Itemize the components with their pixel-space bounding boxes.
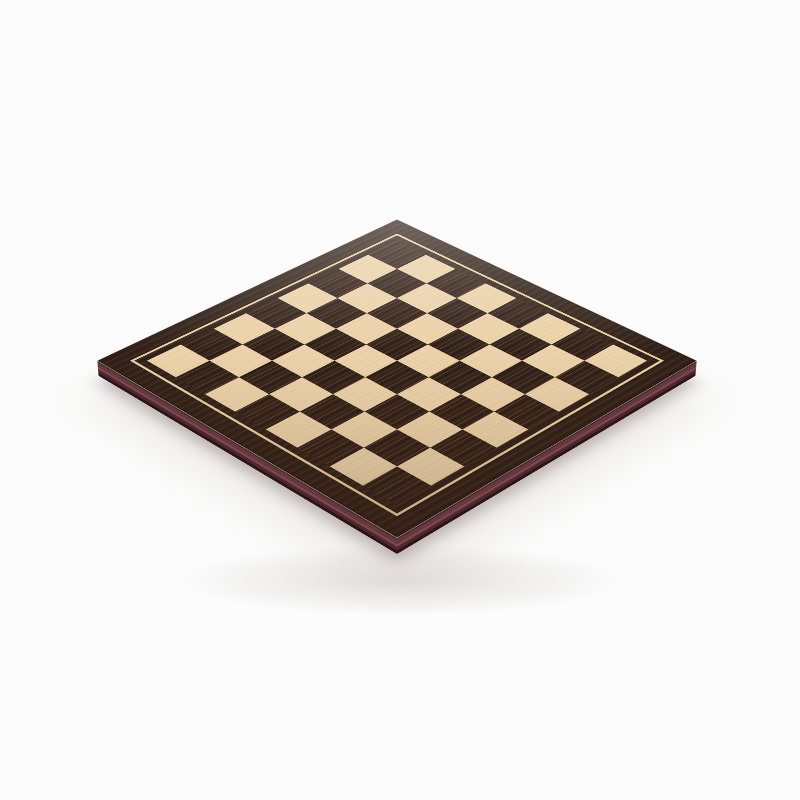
photo-background <box>0 0 800 800</box>
board-top-face <box>97 220 696 538</box>
playing-field <box>147 241 647 505</box>
scene <box>0 0 800 800</box>
